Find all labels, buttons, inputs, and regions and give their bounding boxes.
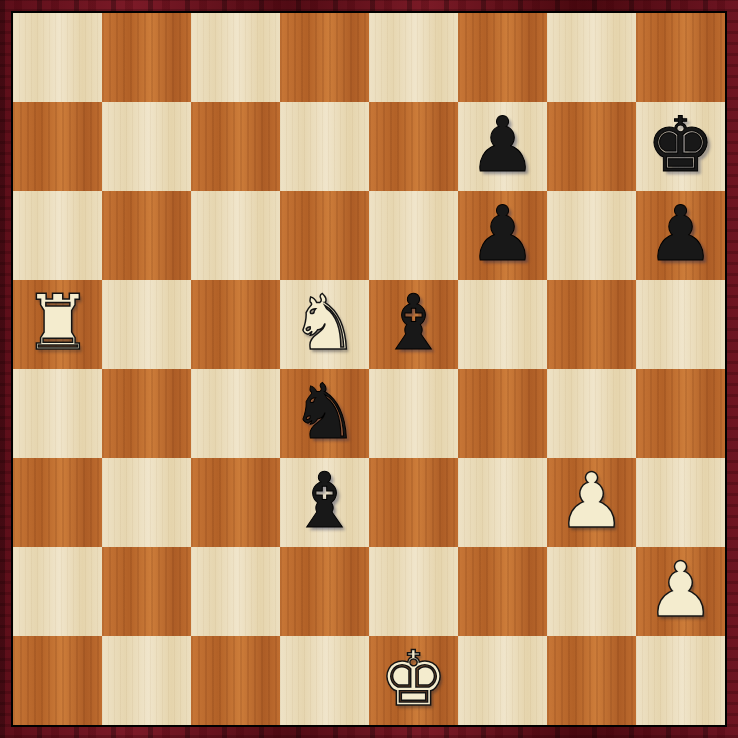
square-h7[interactable]: ♚ bbox=[636, 102, 725, 191]
piece-black-pawn[interactable]: ♟ bbox=[646, 196, 714, 272]
square-b3[interactable] bbox=[102, 458, 191, 547]
piece-black-pawn[interactable]: ♟ bbox=[468, 196, 536, 272]
square-h6[interactable]: ♟ bbox=[636, 191, 725, 280]
square-g1[interactable] bbox=[547, 636, 636, 725]
square-g3[interactable]: ♟ bbox=[547, 458, 636, 547]
square-c6[interactable] bbox=[191, 191, 280, 280]
square-d4[interactable]: ♞ bbox=[280, 369, 369, 458]
square-g2[interactable] bbox=[547, 547, 636, 636]
square-f8[interactable] bbox=[458, 13, 547, 102]
square-b7[interactable] bbox=[102, 102, 191, 191]
square-g8[interactable] bbox=[547, 13, 636, 102]
square-d1[interactable] bbox=[280, 636, 369, 725]
square-g6[interactable] bbox=[547, 191, 636, 280]
square-h1[interactable] bbox=[636, 636, 725, 725]
square-h5[interactable] bbox=[636, 280, 725, 369]
square-h3[interactable] bbox=[636, 458, 725, 547]
piece-white-pawn[interactable]: ♟ bbox=[557, 463, 625, 539]
piece-black-bishop[interactable]: ♝ bbox=[379, 285, 447, 361]
board-frame: ♟♚♟♟♜♞♝♞♝♟♟♚ bbox=[0, 0, 738, 738]
piece-black-king[interactable]: ♚ bbox=[646, 107, 714, 183]
square-h4[interactable] bbox=[636, 369, 725, 458]
square-d2[interactable] bbox=[280, 547, 369, 636]
square-f4[interactable] bbox=[458, 369, 547, 458]
piece-white-pawn[interactable]: ♟ bbox=[646, 552, 714, 628]
square-e1[interactable]: ♚ bbox=[369, 636, 458, 725]
square-a4[interactable] bbox=[13, 369, 102, 458]
piece-white-knight[interactable]: ♞ bbox=[290, 285, 358, 361]
square-e7[interactable] bbox=[369, 102, 458, 191]
square-h8[interactable] bbox=[636, 13, 725, 102]
square-e2[interactable] bbox=[369, 547, 458, 636]
square-c1[interactable] bbox=[191, 636, 280, 725]
piece-white-king[interactable]: ♚ bbox=[379, 641, 447, 717]
square-f6[interactable]: ♟ bbox=[458, 191, 547, 280]
square-c7[interactable] bbox=[191, 102, 280, 191]
square-a5[interactable]: ♜ bbox=[13, 280, 102, 369]
chess-board: ♟♚♟♟♜♞♝♞♝♟♟♚ bbox=[11, 11, 727, 727]
square-a2[interactable] bbox=[13, 547, 102, 636]
square-d5[interactable]: ♞ bbox=[280, 280, 369, 369]
piece-black-knight[interactable]: ♞ bbox=[290, 374, 358, 450]
square-a3[interactable] bbox=[13, 458, 102, 547]
square-c4[interactable] bbox=[191, 369, 280, 458]
square-f5[interactable] bbox=[458, 280, 547, 369]
piece-white-rook[interactable]: ♜ bbox=[23, 285, 91, 361]
square-b1[interactable] bbox=[102, 636, 191, 725]
square-b2[interactable] bbox=[102, 547, 191, 636]
square-c5[interactable] bbox=[191, 280, 280, 369]
square-e3[interactable] bbox=[369, 458, 458, 547]
square-f7[interactable]: ♟ bbox=[458, 102, 547, 191]
square-d7[interactable] bbox=[280, 102, 369, 191]
square-e4[interactable] bbox=[369, 369, 458, 458]
square-c2[interactable] bbox=[191, 547, 280, 636]
square-a8[interactable] bbox=[13, 13, 102, 102]
square-d6[interactable] bbox=[280, 191, 369, 280]
square-b8[interactable] bbox=[102, 13, 191, 102]
square-g4[interactable] bbox=[547, 369, 636, 458]
square-a6[interactable] bbox=[13, 191, 102, 280]
square-f3[interactable] bbox=[458, 458, 547, 547]
square-c3[interactable] bbox=[191, 458, 280, 547]
square-b5[interactable] bbox=[102, 280, 191, 369]
square-a1[interactable] bbox=[13, 636, 102, 725]
square-e5[interactable]: ♝ bbox=[369, 280, 458, 369]
square-e8[interactable] bbox=[369, 13, 458, 102]
square-a7[interactable] bbox=[13, 102, 102, 191]
square-b4[interactable] bbox=[102, 369, 191, 458]
square-h2[interactable]: ♟ bbox=[636, 547, 725, 636]
square-f1[interactable] bbox=[458, 636, 547, 725]
square-g7[interactable] bbox=[547, 102, 636, 191]
square-c8[interactable] bbox=[191, 13, 280, 102]
square-g5[interactable] bbox=[547, 280, 636, 369]
piece-black-pawn[interactable]: ♟ bbox=[468, 107, 536, 183]
square-b6[interactable] bbox=[102, 191, 191, 280]
square-d8[interactable] bbox=[280, 13, 369, 102]
piece-black-bishop[interactable]: ♝ bbox=[290, 463, 358, 539]
square-f2[interactable] bbox=[458, 547, 547, 636]
square-d3[interactable]: ♝ bbox=[280, 458, 369, 547]
square-e6[interactable] bbox=[369, 191, 458, 280]
